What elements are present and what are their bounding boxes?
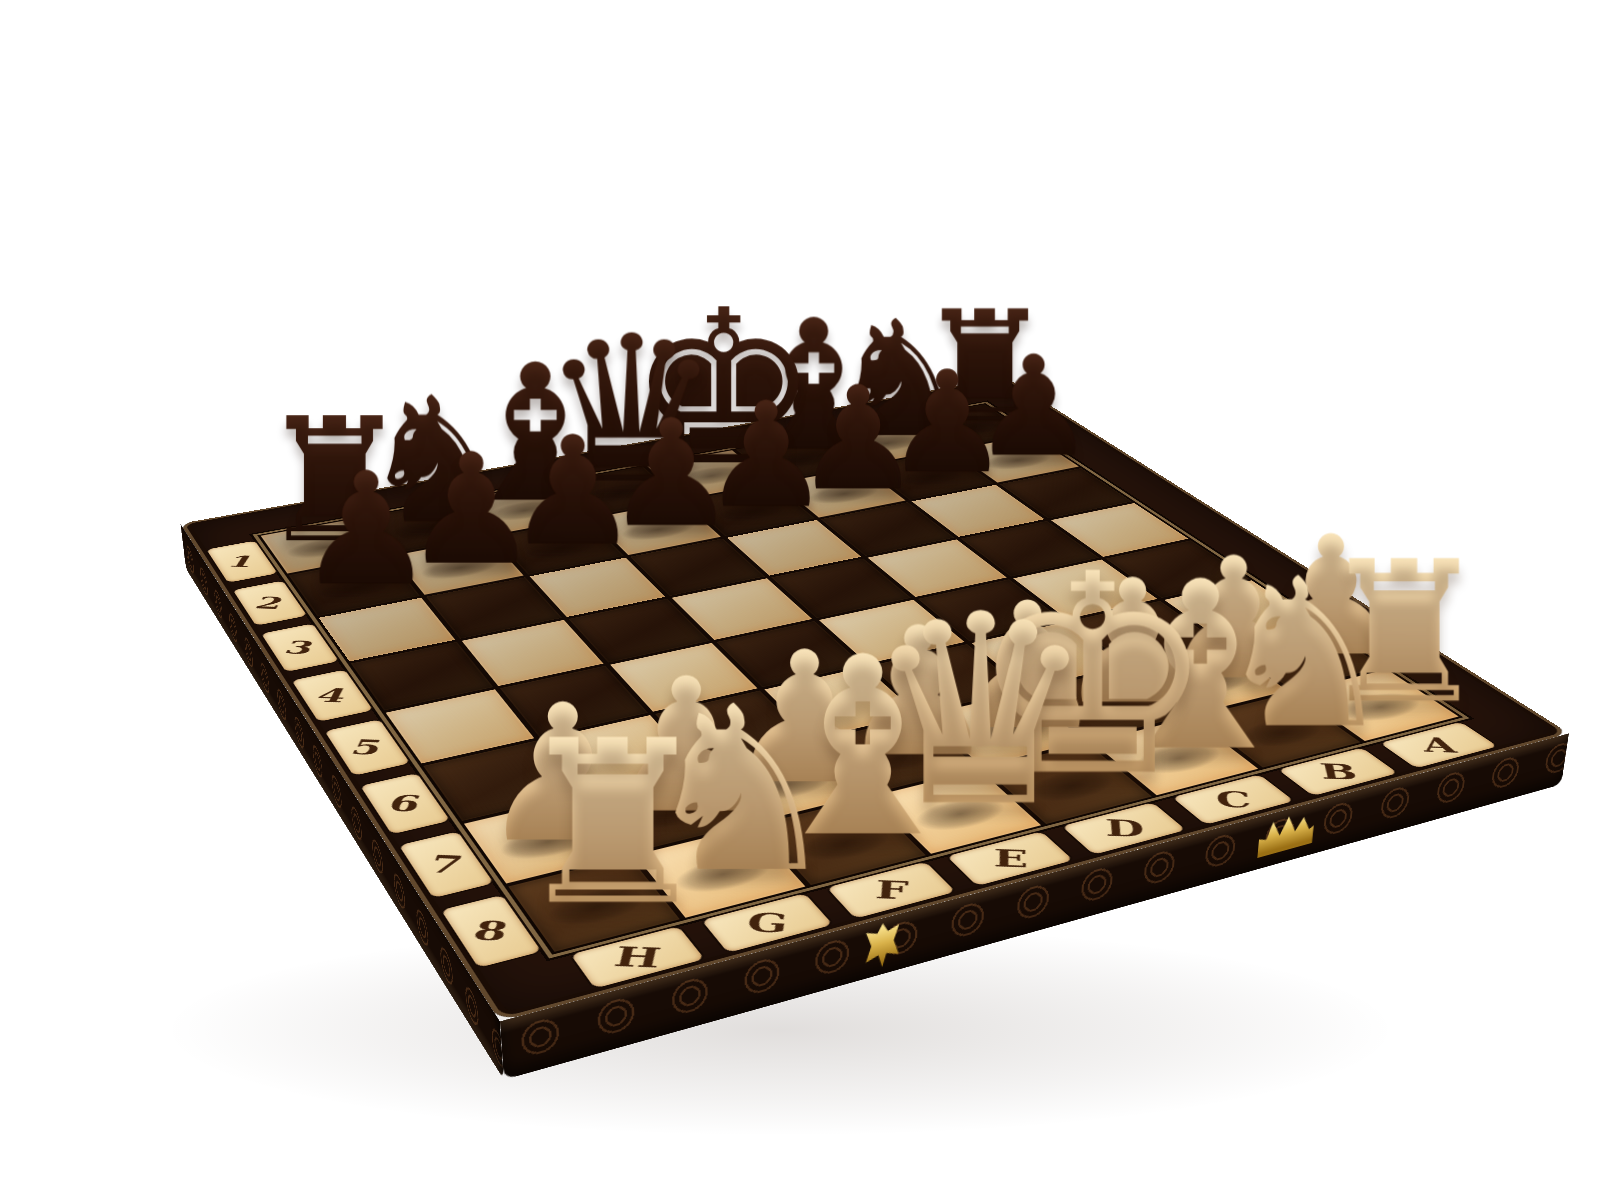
rank-label-text: 3	[280, 637, 318, 658]
rank-label-text: 8	[469, 914, 512, 946]
file-label-text: C	[1214, 786, 1253, 813]
rank-label-text: 2	[251, 593, 288, 613]
square-f3[interactable]	[530, 558, 665, 617]
square-h8[interactable]: ♜	[508, 856, 679, 951]
brass-hinge	[1257, 809, 1315, 858]
rank-label-text: 1	[223, 552, 260, 571]
piece-white-rook[interactable]: ♜	[511, 720, 713, 927]
rank-label-text: 4	[312, 684, 351, 707]
file-label-text: A	[1419, 732, 1460, 757]
file-label-text: D	[1103, 814, 1144, 842]
rank-label-text: 7	[424, 849, 466, 879]
file-label-text: F	[873, 874, 908, 905]
square-h2[interactable]: ♟	[289, 557, 420, 616]
rank-label-text: 5	[346, 735, 386, 760]
file-label-text: E	[992, 844, 1027, 873]
brass-clasp	[866, 919, 900, 972]
file-label-text: H	[611, 940, 664, 974]
product-photo-scene: ♜♞♝♛♚♝♞♜♟♟♟♟♟♟♟♟♟♟♟♟♟♟♟♟♜♞♝♛♚♝♞♜ 1234567…	[0, 0, 1600, 1200]
playing-area: ♜♞♝♛♚♝♞♜♟♟♟♟♟♟♟♟♟♟♟♟♟♟♟♟♜♞♝♛♚♝♞♜	[261, 404, 1459, 951]
rank-label-text: 6	[384, 790, 425, 817]
file-label-text: B	[1317, 758, 1359, 784]
file-label-text: G	[744, 906, 789, 938]
piece-black-pawn[interactable]: ♟	[296, 458, 436, 601]
